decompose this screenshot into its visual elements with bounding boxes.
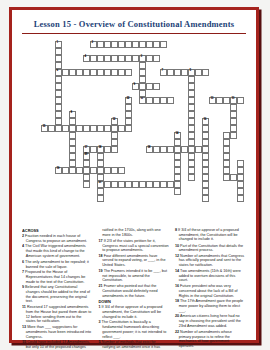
- grid-cell[interactable]: [69, 125, 76, 132]
- grid-cell[interactable]: [139, 41, 146, 48]
- grid-cell[interactable]: [202, 153, 209, 160]
- grid-cell[interactable]: [174, 69, 181, 76]
- grid-cell[interactable]: [237, 167, 244, 174]
- clue-column-2: ratified in the 1700s, along with one mo…: [98, 228, 168, 350]
- grid-cell[interactable]: [55, 62, 62, 69]
- grid-cell[interactable]: [97, 125, 104, 132]
- grid-cell[interactable]: [90, 146, 97, 153]
- grid-cell[interactable]: [69, 69, 76, 76]
- grid-cell[interactable]: [139, 76, 146, 83]
- grid-cell[interactable]: [69, 167, 76, 174]
- clue: 13 More than ___ suggestions for amendme…: [22, 325, 92, 339]
- grid-cell[interactable]: [104, 125, 111, 132]
- grid-cell[interactable]: [69, 118, 76, 125]
- grid-cell[interactable]: [83, 181, 90, 188]
- grid-cell[interactable]: [125, 125, 132, 132]
- grid-cell[interactable]: [174, 174, 181, 181]
- clue-num: 6: [22, 260, 25, 264]
- grid-cell[interactable]: 9: [132, 83, 139, 90]
- grid-cell[interactable]: [48, 125, 55, 132]
- grid-cell[interactable]: [111, 69, 118, 76]
- grid-cell[interactable]: [146, 55, 153, 62]
- clue-number: 19: [56, 167, 59, 170]
- clue-number: 18: [147, 146, 150, 149]
- grid-cell[interactable]: [69, 160, 76, 167]
- grid-cell[interactable]: [174, 139, 181, 146]
- grid-cell[interactable]: [195, 146, 202, 153]
- grid-cell[interactable]: [139, 62, 146, 69]
- grid-cell[interactable]: [55, 48, 62, 55]
- grid-cell[interactable]: [125, 111, 132, 118]
- grid-cell[interactable]: 6: [55, 69, 62, 76]
- grid-cell[interactable]: [83, 160, 90, 167]
- clue-number: 14: [175, 132, 178, 135]
- grid-cell[interactable]: [188, 97, 195, 104]
- grid-cell[interactable]: [202, 132, 209, 139]
- grid-cell[interactable]: [83, 174, 90, 181]
- clue: 21 Framer who pointed out that the Const…: [98, 284, 168, 298]
- grid-cell[interactable]: [118, 125, 125, 132]
- grid-cell[interactable]: [160, 181, 167, 188]
- grid-cell[interactable]: [69, 153, 76, 160]
- grid-cell[interactable]: [188, 167, 195, 174]
- grid-cell[interactable]: [69, 139, 76, 146]
- grid-cell[interactable]: [237, 97, 244, 104]
- grid-cell[interactable]: [188, 146, 195, 153]
- grid-cell[interactable]: [237, 174, 244, 181]
- grid-cell[interactable]: [202, 181, 209, 188]
- clue-number: 17: [84, 146, 87, 149]
- grid-cell[interactable]: [139, 69, 146, 76]
- grid-cell[interactable]: [230, 104, 237, 111]
- grid-cell[interactable]: [181, 146, 188, 153]
- grid-cell[interactable]: 15: [41, 125, 48, 132]
- grid-cell[interactable]: [202, 160, 209, 167]
- clue-number: 2: [91, 41, 92, 44]
- grid-cell[interactable]: [174, 188, 181, 195]
- worksheet-page: Lesson 15 - Overview of Constitutional A…: [9, 7, 259, 343]
- grid-cell[interactable]: 12: [111, 118, 118, 125]
- grid-cell[interactable]: [223, 174, 230, 181]
- grid-cell[interactable]: [223, 132, 230, 139]
- grid-cell[interactable]: [174, 146, 181, 153]
- grid-cell[interactable]: [230, 125, 237, 132]
- grid-cell[interactable]: [76, 167, 83, 174]
- grid-cell[interactable]: [132, 55, 139, 62]
- grid-cell[interactable]: 18: [146, 146, 153, 153]
- clue-number: 16: [203, 118, 206, 121]
- clue: 9 Believed that any Constitutional chang…: [22, 285, 92, 304]
- clue: 16 Future president who was very concern…: [175, 284, 245, 298]
- grid-cell[interactable]: [111, 125, 118, 132]
- clue-num: 1: [98, 305, 101, 309]
- clue-num: 4: [22, 244, 25, 248]
- grid-cell[interactable]: [167, 97, 174, 104]
- clue-num: 14: [175, 269, 180, 273]
- grid-cell[interactable]: [97, 160, 104, 167]
- grid-cell[interactable]: [188, 132, 195, 139]
- grid-cell[interactable]: [188, 90, 195, 97]
- grid-cell[interactable]: [97, 195, 104, 202]
- grid-cell[interactable]: [230, 174, 237, 181]
- grid-cell[interactable]: [153, 41, 160, 48]
- grid-cell[interactable]: [55, 104, 62, 111]
- grid-cell[interactable]: [160, 97, 167, 104]
- grid-cell[interactable]: [104, 181, 111, 188]
- grid-cell[interactable]: [76, 125, 83, 132]
- grid-cell[interactable]: [111, 181, 118, 188]
- grid-cell[interactable]: [55, 111, 62, 118]
- grid-cell[interactable]: [188, 83, 195, 90]
- grid-cell[interactable]: [167, 181, 174, 188]
- grid-cell[interactable]: [125, 41, 132, 48]
- grid-cell[interactable]: [230, 132, 237, 139]
- grid-cell[interactable]: [118, 181, 125, 188]
- grid-cell[interactable]: [125, 118, 132, 125]
- grid-cell[interactable]: [223, 167, 230, 174]
- grid-cell[interactable]: 21: [97, 181, 104, 188]
- grid-cell[interactable]: [174, 181, 181, 188]
- grid-cell[interactable]: [55, 125, 62, 132]
- grid-cell[interactable]: [83, 69, 90, 76]
- grid-cell[interactable]: 2: [90, 41, 97, 48]
- grid-cell[interactable]: [237, 160, 244, 167]
- clue: 10 Part of the Constitution that details…: [175, 243, 245, 253]
- clue: 6 The only amendment to be repealed; it …: [22, 260, 92, 270]
- grid-cell[interactable]: 1: [55, 41, 62, 48]
- clue: 4 The Civil War triggered amendments tha…: [22, 244, 92, 258]
- grid-cell[interactable]: [202, 146, 209, 153]
- grid-cell[interactable]: [104, 167, 111, 174]
- grid-cell[interactable]: [90, 167, 97, 174]
- clue-num: 18: [175, 299, 180, 303]
- grid-cell[interactable]: [202, 125, 209, 132]
- clue-column-3: 8 If 3/4 of these approve of a proposed …: [175, 228, 245, 350]
- clue-number: 20: [84, 153, 87, 156]
- grid-cell[interactable]: [118, 69, 125, 76]
- clue: 17 If 2/3 of the states petition for it,…: [98, 238, 168, 252]
- clue: 20 American citizens living here had no …: [175, 314, 245, 328]
- clue: 7 Proposed to the House of Representativ…: [22, 270, 92, 284]
- grid-cell[interactable]: [55, 118, 62, 125]
- grid-cell[interactable]: [132, 181, 139, 188]
- grid-cell[interactable]: [223, 146, 230, 153]
- grid-cell[interactable]: [118, 167, 125, 174]
- grid-cell[interactable]: [202, 174, 209, 181]
- clue-number: 12: [112, 118, 115, 121]
- grid-cell[interactable]: [153, 97, 160, 104]
- grid-cell[interactable]: [237, 188, 244, 195]
- clue-num: 20: [175, 314, 180, 318]
- grid-cell[interactable]: [223, 139, 230, 146]
- grid-cell[interactable]: 20: [83, 153, 90, 160]
- grid-cell[interactable]: 22: [125, 97, 132, 104]
- grid-cell[interactable]: 8: [69, 111, 76, 118]
- grid-cell[interactable]: [146, 97, 153, 104]
- grid-cell[interactable]: [83, 167, 90, 174]
- grid-cell[interactable]: [97, 55, 104, 62]
- clue-num: 16: [175, 284, 180, 288]
- grid-cell[interactable]: [125, 181, 132, 188]
- grid-cell[interactable]: 16: [202, 118, 209, 125]
- grid-cell[interactable]: [188, 76, 195, 83]
- grid-cell[interactable]: [216, 97, 223, 104]
- grid-cell[interactable]: [202, 69, 209, 76]
- title-rule: [22, 33, 246, 34]
- grid-cell[interactable]: [188, 104, 195, 111]
- clue-number: 8: [70, 111, 71, 114]
- grid-cell[interactable]: [132, 41, 139, 48]
- grid-cell[interactable]: [167, 146, 174, 153]
- clue: 12 Number of amendments that Congress ha…: [175, 254, 245, 268]
- clue: 5 Number of methods that exist for ratif…: [98, 340, 168, 350]
- clue-number: 18: [98, 146, 101, 149]
- clue-number: 9: [133, 83, 134, 86]
- grid-cell[interactable]: [188, 160, 195, 167]
- grid-cell[interactable]: [160, 146, 167, 153]
- grid-cell[interactable]: [146, 41, 153, 48]
- grid-cell[interactable]: [188, 174, 195, 181]
- clue-num: 13: [22, 325, 27, 329]
- crossword-grid: 2436759111310151718181921181214162022: [34, 41, 244, 202]
- clue-num: 7: [22, 270, 25, 274]
- grid-cell[interactable]: [90, 69, 97, 76]
- grid-cell[interactable]: [153, 83, 160, 90]
- clue-num: 17: [98, 238, 103, 242]
- grid-cell[interactable]: [188, 139, 195, 146]
- grid-cell[interactable]: [223, 153, 230, 160]
- grid-cell[interactable]: [153, 181, 160, 188]
- clue: 3 The Constitution is basically a fundam…: [98, 320, 168, 339]
- grid-cell[interactable]: [139, 90, 146, 97]
- grid-cell[interactable]: 13: [209, 97, 216, 104]
- grid-cell[interactable]: [104, 146, 111, 153]
- grid-cell[interactable]: [230, 118, 237, 125]
- grid-cell[interactable]: [55, 83, 62, 90]
- grid-cell[interactable]: [174, 160, 181, 167]
- clue: 8 If 3/4 of these approve of a proposed …: [175, 228, 245, 242]
- grid-cell[interactable]: [90, 55, 97, 62]
- clue-num: 3: [98, 320, 101, 324]
- grid-cell[interactable]: [97, 153, 104, 160]
- grid-cell[interactable]: 19: [55, 167, 62, 174]
- grid-cell[interactable]: 5: [188, 69, 195, 76]
- clue-number: 10: [231, 97, 234, 100]
- down-header: DOWN: [98, 299, 168, 303]
- clue-num: 18: [98, 254, 103, 258]
- clue: 15 Could have included 13 Amendments, bu…: [22, 340, 92, 350]
- grid-cell[interactable]: [146, 83, 153, 90]
- grid-cell[interactable]: [69, 132, 76, 139]
- grid-cell[interactable]: [111, 55, 118, 62]
- grid-cell[interactable]: [104, 69, 111, 76]
- grid-cell[interactable]: [237, 195, 244, 202]
- grid-cell[interactable]: [62, 167, 69, 174]
- clue-number: 11: [140, 97, 143, 100]
- grid-cell[interactable]: [83, 125, 90, 132]
- clue: 22 Number of amendments whose primary pu…: [175, 330, 245, 349]
- grid-cell[interactable]: [111, 139, 118, 146]
- clue: 14 Two amendments (11th & 16th) were add…: [175, 269, 245, 283]
- grid-cell[interactable]: 10: [230, 97, 237, 104]
- clue-num: 19: [98, 269, 103, 273]
- grid-cell[interactable]: [188, 111, 195, 118]
- grid-cell[interactable]: [167, 69, 174, 76]
- clue-number: 1: [56, 41, 57, 44]
- grid-cell[interactable]: [97, 41, 104, 48]
- grid-cell[interactable]: [139, 83, 146, 90]
- clue-num: 5: [98, 340, 101, 344]
- grid-cell[interactable]: [69, 146, 76, 153]
- grid-cell[interactable]: [223, 160, 230, 167]
- grid-cell[interactable]: [97, 174, 104, 181]
- clue-num: 2: [22, 234, 25, 238]
- grid-cell[interactable]: [125, 69, 132, 76]
- clue-number: 4: [84, 55, 85, 58]
- grid-cell[interactable]: [97, 188, 104, 195]
- grid-cell[interactable]: [223, 97, 230, 104]
- grid-cell[interactable]: [55, 90, 62, 97]
- clue-continuation: ratified in the 1700s, along with one mo…: [98, 228, 168, 238]
- clue-num: 22: [175, 330, 180, 334]
- grid-cell[interactable]: 18: [97, 146, 104, 153]
- clue-number: 22: [126, 97, 129, 100]
- clue: 1 If 3/4 of these approve of a proposed …: [98, 305, 168, 319]
- grid-cell[interactable]: [111, 167, 118, 174]
- grid-cell[interactable]: [125, 104, 132, 111]
- grid-cell[interactable]: [146, 181, 153, 188]
- grid-cell[interactable]: [62, 69, 69, 76]
- grid-cell[interactable]: [118, 41, 125, 48]
- clue-number: 5: [189, 69, 190, 72]
- grid-cell[interactable]: [188, 153, 195, 160]
- clue: 11 Received 17 suggested amendments from…: [22, 305, 92, 324]
- clue: 2 Fraction needed in each house of Congr…: [22, 234, 92, 244]
- clue-number: 3: [140, 55, 141, 58]
- clue-column-1: ACROSS2 Fraction needed in each house of…: [22, 228, 92, 350]
- grid-cell[interactable]: [111, 41, 118, 48]
- grid-cell[interactable]: [160, 41, 167, 48]
- grid-cell[interactable]: [195, 69, 202, 76]
- clue: 19 The Framers intended it to be ___, bu…: [98, 269, 168, 283]
- grid-cell[interactable]: [97, 69, 104, 76]
- grid-cell[interactable]: 11: [139, 97, 146, 104]
- grid-cell[interactable]: [97, 167, 104, 174]
- grid-cell[interactable]: [188, 125, 195, 132]
- grid-cell[interactable]: [111, 146, 118, 153]
- clue-num: 15: [22, 340, 27, 344]
- clue-number: 13: [210, 97, 213, 100]
- grid-cell[interactable]: [202, 167, 209, 174]
- clue-num: 10: [175, 243, 180, 247]
- grid-cell[interactable]: [153, 146, 160, 153]
- clue-num: 21: [98, 284, 103, 288]
- grid-cell[interactable]: [174, 167, 181, 174]
- grid-cell[interactable]: [55, 97, 62, 104]
- across-header: ACROSS: [22, 228, 92, 232]
- grid-cell[interactable]: [153, 55, 160, 62]
- clue-number: 6: [56, 69, 57, 72]
- clue-number: 15: [42, 125, 45, 128]
- grid-cell[interactable]: [174, 153, 181, 160]
- grid-cell[interactable]: [125, 55, 132, 62]
- clue: 18 The 17th Amendment gave the people mo…: [175, 299, 245, 313]
- grid-cell[interactable]: [104, 55, 111, 62]
- grid-cell[interactable]: [55, 55, 62, 62]
- clue-number: 21: [98, 181, 101, 184]
- grid-cell[interactable]: [202, 188, 209, 195]
- clue-num: 12: [175, 254, 180, 258]
- grid-cell[interactable]: [111, 132, 118, 139]
- page-title: Lesson 15 - Overview of Constitutional A…: [18, 19, 250, 29]
- grid-cell[interactable]: [139, 181, 146, 188]
- grid-cell[interactable]: [90, 125, 97, 132]
- grid-cell[interactable]: 4: [83, 55, 90, 62]
- clue: 18 Four different amendments have served…: [98, 254, 168, 268]
- grid-cell[interactable]: 3: [139, 55, 146, 62]
- grid-cell[interactable]: [62, 125, 69, 132]
- grid-cell[interactable]: 14: [174, 132, 181, 139]
- clue-num: 9: [22, 285, 25, 289]
- grid-cell[interactable]: [181, 69, 188, 76]
- clue-number: 7: [161, 69, 162, 72]
- clue-num: 8: [175, 228, 178, 232]
- grid-cell[interactable]: [202, 195, 209, 202]
- clue-section: ACROSS2 Fraction needed in each house of…: [22, 228, 245, 350]
- grid-cell[interactable]: [237, 181, 244, 188]
- grid-cell[interactable]: [76, 69, 83, 76]
- grid-cell[interactable]: [188, 118, 195, 125]
- grid-cell[interactable]: [104, 41, 111, 48]
- grid-cell[interactable]: [202, 139, 209, 146]
- grid-cell[interactable]: 7: [160, 69, 167, 76]
- grid-cell[interactable]: [55, 76, 62, 83]
- clue-num: 11: [22, 305, 27, 309]
- grid-cell[interactable]: [118, 55, 125, 62]
- grid-cell[interactable]: [230, 111, 237, 118]
